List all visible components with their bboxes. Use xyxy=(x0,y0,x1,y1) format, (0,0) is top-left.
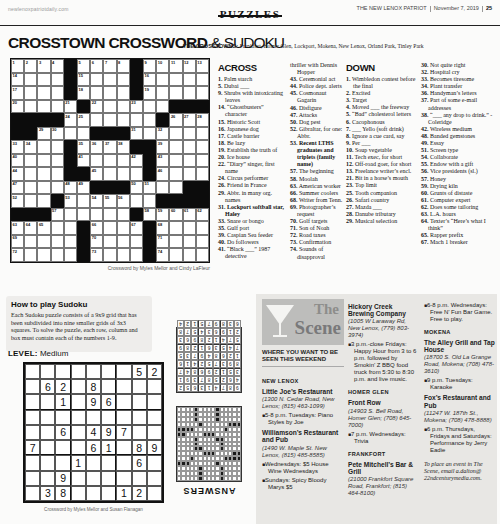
sudoku-cell[interactable] xyxy=(40,364,55,379)
crossword-cell[interactable]: 49 xyxy=(77,181,90,195)
sudoku-cell[interactable] xyxy=(25,379,40,394)
crossword-cell[interactable] xyxy=(183,154,196,168)
crossword-answer-cell xyxy=(215,412,219,417)
crossword-cell[interactable] xyxy=(37,73,50,87)
sudoku-cell[interactable] xyxy=(40,471,55,486)
sudoku-cell[interactable] xyxy=(40,440,55,455)
crossword-cell[interactable]: 10 xyxy=(156,59,169,73)
sudoku-cell[interactable] xyxy=(116,440,131,455)
crossword-answer-cell xyxy=(228,476,232,481)
crossword-cell[interactable] xyxy=(169,73,182,87)
crossword-cell[interactable] xyxy=(196,140,209,154)
sudoku-cell[interactable] xyxy=(86,364,101,379)
crossword-answer-cell xyxy=(186,427,190,432)
crossword-cell[interactable] xyxy=(183,127,196,141)
crossword-cell[interactable]: 37 xyxy=(103,140,116,154)
crossword-cell[interactable] xyxy=(51,167,64,181)
crossword-cell[interactable] xyxy=(156,73,169,87)
sudoku-cell[interactable]: 2 xyxy=(132,486,147,501)
crossword-cell[interactable]: 46 xyxy=(156,167,169,181)
crossword-cell[interactable]: 34 xyxy=(24,140,37,154)
crossword-cell[interactable] xyxy=(103,208,116,222)
crossword-cell[interactable]: 5 xyxy=(77,59,90,73)
crossword-cell[interactable]: 33 xyxy=(11,140,24,154)
crossword-cell[interactable]: 69 xyxy=(11,235,24,249)
bullet-square-icon: ■ xyxy=(424,377,427,383)
crossword-cell[interactable] xyxy=(169,221,182,235)
crossword-cell[interactable] xyxy=(51,86,64,100)
crossword-cell[interactable]: 16 xyxy=(143,73,156,87)
sudoku-cell[interactable]: 9 xyxy=(147,440,162,455)
crossword-cell[interactable]: 14 xyxy=(11,73,24,87)
crossword-cell[interactable]: 61 xyxy=(183,208,196,222)
crossword-cell[interactable] xyxy=(103,154,116,168)
crossword-cell[interactable]: 52 xyxy=(11,194,24,208)
crossword-cell[interactable]: 53 xyxy=(64,194,77,208)
sudoku-cell[interactable]: 1 xyxy=(55,394,70,409)
crossword-cell[interactable]: 74 xyxy=(156,248,169,262)
crossword-cell[interactable]: 13 xyxy=(196,59,209,73)
crossword-cell[interactable] xyxy=(64,235,77,249)
sudoku-cell[interactable] xyxy=(55,455,70,470)
sudoku-cell[interactable] xyxy=(116,410,131,425)
clue-item: 23. Top limit xyxy=(346,182,416,189)
sudoku-cell[interactable]: 2 xyxy=(55,379,70,394)
crossword-cell[interactable]: 58 xyxy=(143,208,156,222)
crossword-cell[interactable] xyxy=(24,154,37,168)
crossword-cell[interactable] xyxy=(37,167,50,181)
crossword-cell[interactable] xyxy=(196,73,209,87)
crossword-cell[interactable]: 1 xyxy=(11,59,24,73)
crossword-cell[interactable] xyxy=(64,221,77,235)
sudoku-cell[interactable] xyxy=(147,410,162,425)
crossword-cell[interactable]: 56 xyxy=(117,194,130,208)
crossword-cell[interactable] xyxy=(51,181,64,195)
sudoku-cell[interactable]: 1 xyxy=(101,440,116,455)
crossword-cell[interactable] xyxy=(37,181,50,195)
crossword-cell[interactable] xyxy=(77,194,90,208)
crossword-cell[interactable] xyxy=(24,86,37,100)
venue-event: ■3 p.m.-close Fridays: Happy Hour from 3… xyxy=(348,341,418,383)
sudoku-cell[interactable] xyxy=(55,440,70,455)
crossword-black-cell xyxy=(130,208,143,222)
sudoku-cell[interactable]: 8 xyxy=(132,440,147,455)
crossword-cell[interactable]: 3 xyxy=(37,59,50,73)
crossword-cell[interactable] xyxy=(183,73,196,87)
crossword-cell[interactable] xyxy=(130,167,143,181)
crossword-cell[interactable]: 57 xyxy=(51,208,64,222)
crossword-cell[interactable] xyxy=(183,140,196,154)
sudoku-cell[interactable]: 7 xyxy=(25,440,40,455)
crossword-cell[interactable]: 9 xyxy=(143,59,156,73)
crossword-cell[interactable] xyxy=(130,235,143,249)
sudoku-cell[interactable] xyxy=(116,394,131,409)
sudoku-cell[interactable]: 6 xyxy=(101,394,116,409)
crossword-cell[interactable]: 48 xyxy=(64,181,77,195)
sudoku-cell[interactable] xyxy=(25,471,40,486)
crossword-cell[interactable] xyxy=(77,208,90,222)
crossword-cell[interactable] xyxy=(37,100,50,114)
crossword-black-cell xyxy=(183,194,196,208)
sudoku-cell[interactable] xyxy=(71,394,86,409)
crossword-answer-cell xyxy=(186,461,190,466)
sudoku-cell[interactable] xyxy=(147,394,162,409)
clue-number: 39 xyxy=(158,141,162,146)
crossword-cell[interactable] xyxy=(169,235,182,249)
crossword-cell[interactable] xyxy=(37,86,50,100)
crossword-cell[interactable]: 27 xyxy=(183,113,196,127)
crossword-cell[interactable] xyxy=(103,86,116,100)
crossword-cell[interactable] xyxy=(90,154,103,168)
sudoku-cell[interactable] xyxy=(55,364,70,379)
sudoku-cell[interactable] xyxy=(71,379,86,394)
sudoku-cell[interactable]: 9 xyxy=(86,394,101,409)
crossword-cell[interactable]: 32 xyxy=(156,127,169,141)
crossword-cell[interactable]: 70 xyxy=(90,235,103,249)
crossword-cell[interactable]: 12 xyxy=(183,59,196,73)
crossword-cell[interactable]: 54 xyxy=(90,194,103,208)
crossword-cell[interactable]: 66 xyxy=(90,221,103,235)
crossword-cell[interactable]: 44 xyxy=(11,167,24,181)
crossword-cell[interactable] xyxy=(117,235,130,249)
sudoku-cell[interactable] xyxy=(116,471,131,486)
crossword-cell[interactable]: 8 xyxy=(117,59,130,73)
crossword-cell[interactable] xyxy=(117,248,130,262)
crossword-cell[interactable]: 19 xyxy=(143,86,156,100)
crossword-cell[interactable] xyxy=(51,248,64,262)
crossword-cell[interactable]: 73 xyxy=(90,248,103,262)
crossword-grid[interactable]: 1234567891011121314151617181920212223242… xyxy=(10,58,210,263)
crossword-cell[interactable] xyxy=(117,86,130,100)
crossword-cell[interactable]: 6 xyxy=(90,59,103,73)
sudoku-cell[interactable] xyxy=(25,486,40,501)
crossword-cell[interactable]: 2 xyxy=(24,59,37,73)
crossword-cell[interactable]: 30 xyxy=(51,127,64,141)
sudoku-cell[interactable] xyxy=(147,379,162,394)
sudoku-cell[interactable]: 5 xyxy=(132,364,147,379)
sudoku-cell[interactable]: 7 xyxy=(116,425,131,440)
crossword-cell[interactable] xyxy=(64,127,77,141)
crossword-cell[interactable] xyxy=(169,154,182,168)
crossword-answer-cell xyxy=(224,466,228,471)
sudoku-cell[interactable] xyxy=(86,471,101,486)
crossword-cell[interactable]: 29 xyxy=(37,127,50,141)
bullet-square-icon: ■ xyxy=(262,477,265,483)
crossword-cell[interactable] xyxy=(143,113,156,127)
crossword-cell[interactable] xyxy=(51,221,64,235)
crossword-cell[interactable] xyxy=(24,73,37,87)
crossword-cell[interactable] xyxy=(103,100,116,114)
sudoku-cell[interactable]: 8 xyxy=(86,379,101,394)
sudoku-cell[interactable] xyxy=(147,471,162,486)
sudoku-cell[interactable] xyxy=(101,471,116,486)
crossword-cell[interactable] xyxy=(77,127,90,141)
sudoku-cell[interactable]: 8 xyxy=(55,486,70,501)
crossword-cell[interactable] xyxy=(117,221,130,235)
crossword-cell[interactable]: 22 xyxy=(90,100,103,114)
crossword-cell[interactable] xyxy=(64,248,77,262)
crossword-cell[interactable]: 4 xyxy=(51,59,64,73)
crossword-cell[interactable] xyxy=(196,154,209,168)
sudoku-cell[interactable] xyxy=(101,410,116,425)
crossword-cell[interactable]: 47 xyxy=(11,181,24,195)
crossword-cell[interactable] xyxy=(156,86,169,100)
crossword-cell[interactable] xyxy=(130,113,143,127)
sudoku-cell[interactable] xyxy=(71,486,86,501)
sudoku-cell[interactable] xyxy=(71,425,86,440)
crossword-answer-cell xyxy=(224,461,228,466)
crossword-cell[interactable] xyxy=(103,73,116,87)
crossword-cell[interactable]: 50 xyxy=(130,181,143,195)
crossword-cell[interactable] xyxy=(196,167,209,181)
crossword-cell[interactable] xyxy=(117,113,130,127)
crossword-cell[interactable] xyxy=(103,221,116,235)
crossword-cell[interactable] xyxy=(103,113,116,127)
clue-item: 43. Ceremonial act xyxy=(290,76,345,83)
crossword-cell[interactable]: 20 xyxy=(11,100,24,114)
crossword-cell[interactable]: 43 xyxy=(156,154,169,168)
sudoku-cell[interactable] xyxy=(71,410,86,425)
sudoku-cell[interactable] xyxy=(132,394,147,409)
crossword-cell[interactable] xyxy=(103,167,116,181)
sudoku-cell[interactable]: 3 xyxy=(40,486,55,501)
sudoku-cell[interactable]: 6 xyxy=(132,455,147,470)
crossword-cell[interactable] xyxy=(196,221,209,235)
crossword-cell[interactable] xyxy=(103,235,116,249)
crossword-cell[interactable]: 40 xyxy=(11,154,24,168)
sudoku-cell[interactable] xyxy=(25,425,40,440)
crossword-cell[interactable] xyxy=(196,235,209,249)
crossword-cell[interactable]: 51 xyxy=(143,181,156,195)
sudoku-cell[interactable] xyxy=(101,455,116,470)
sudoku-cell[interactable]: 9 xyxy=(55,471,70,486)
crossword-cell[interactable] xyxy=(90,73,103,87)
crossword-cell[interactable]: 45 xyxy=(90,167,103,181)
crossword-cell[interactable]: 72 xyxy=(11,248,24,262)
sudoku-cell[interactable] xyxy=(101,486,116,501)
sudoku-cell[interactable] xyxy=(116,364,131,379)
sudoku-cell[interactable]: 6 xyxy=(55,425,70,440)
crossword-cell[interactable] xyxy=(130,248,143,262)
crossword-answer-cell xyxy=(215,407,219,412)
crossword-cell[interactable] xyxy=(51,140,64,154)
crossword-cell[interactable]: 59 xyxy=(156,208,169,222)
crossword-cell[interactable] xyxy=(51,73,64,87)
crossword-cell[interactable] xyxy=(117,154,130,168)
crossword-cell[interactable]: 62 xyxy=(196,208,209,222)
crossword-cell[interactable]: 7 xyxy=(103,59,116,73)
crossword-cell[interactable] xyxy=(90,113,103,127)
crossword-cell[interactable] xyxy=(64,208,77,222)
sudoku-cell[interactable] xyxy=(132,471,147,486)
crossword-cell[interactable] xyxy=(143,194,156,208)
paper-info: THE NEW LENOX PATRIOTNovember 7, 201925 xyxy=(357,5,492,12)
crossword-cell[interactable] xyxy=(169,140,182,154)
sudoku-cell[interactable] xyxy=(132,379,147,394)
crossword-cell[interactable]: 68 xyxy=(156,221,169,235)
sudoku-cell[interactable] xyxy=(132,425,147,440)
crossword-cell[interactable]: 18 xyxy=(77,86,90,100)
sudoku-cell[interactable] xyxy=(71,471,86,486)
crossword-cell[interactable] xyxy=(24,167,37,181)
sudoku-answer-cell: 2 xyxy=(220,376,227,384)
crossword-cell[interactable] xyxy=(51,154,64,168)
crossword-cell[interactable]: 38 xyxy=(117,140,130,154)
crossword-black-cell xyxy=(51,194,64,208)
clue-number: 24 xyxy=(65,114,69,119)
crossword-cell[interactable] xyxy=(37,194,50,208)
crossword-answer-cell xyxy=(232,437,236,442)
crossword-cell[interactable]: 11 xyxy=(169,59,182,73)
sudoku-answer-cell: 4 xyxy=(191,360,198,368)
crossword-cell[interactable] xyxy=(24,248,37,262)
crossword-cell[interactable] xyxy=(183,235,196,249)
sudoku-cell[interactable]: 2 xyxy=(147,364,162,379)
sudoku-cell[interactable] xyxy=(71,364,86,379)
crossword-cell[interactable] xyxy=(103,248,116,262)
sudoku-answer-cell: 2 xyxy=(191,344,198,352)
crossword-cell[interactable] xyxy=(24,100,37,114)
crossword-cell[interactable]: 31 xyxy=(130,127,143,141)
sudoku-cell[interactable] xyxy=(147,425,162,440)
crossword-answer-cell xyxy=(228,451,232,456)
sudoku-cell[interactable] xyxy=(86,486,101,501)
crossword-cell[interactable] xyxy=(169,127,182,141)
crossword-cell[interactable] xyxy=(51,100,64,114)
sudoku-cell[interactable] xyxy=(116,379,131,394)
crossword-cell[interactable] xyxy=(130,194,143,208)
sudoku-cell[interactable]: 6 xyxy=(40,379,55,394)
clue-item: 42. Wireless medium xyxy=(421,126,498,133)
crossword-cell[interactable] xyxy=(183,248,196,262)
sudoku-grid[interactable]: 526281966497761891693812 xyxy=(23,362,164,503)
crossword-cell[interactable]: 21 xyxy=(64,100,77,114)
crossword-cell[interactable] xyxy=(169,167,182,181)
sudoku-cell[interactable] xyxy=(147,455,162,470)
crossword-cell[interactable]: 63 xyxy=(11,221,24,235)
crossword-cell[interactable] xyxy=(196,86,209,100)
crossword-cell[interactable]: 39 xyxy=(156,140,169,154)
crossword-cell[interactable]: 36 xyxy=(90,140,103,154)
crossword-cell[interactable] xyxy=(196,248,209,262)
clue-number: 33 xyxy=(13,141,17,146)
sudoku-cell[interactable]: 1 xyxy=(116,486,131,501)
sudoku-cell[interactable] xyxy=(25,364,40,379)
sudoku-cell[interactable] xyxy=(71,440,86,455)
crossword-cell[interactable] xyxy=(24,181,37,195)
crossword-cell[interactable]: 64 xyxy=(24,221,37,235)
crossword-cell[interactable] xyxy=(183,221,196,235)
crossword-answer-cell xyxy=(232,466,236,471)
sudoku-cell[interactable] xyxy=(40,425,55,440)
crossword-cell[interactable] xyxy=(196,127,209,141)
crossword-cell[interactable] xyxy=(37,140,50,154)
crossword-cell[interactable]: 23 xyxy=(130,100,143,114)
sudoku-cell[interactable] xyxy=(40,410,55,425)
sudoku-cell[interactable] xyxy=(132,410,147,425)
crossword-cell[interactable]: 65 xyxy=(37,221,50,235)
sudoku-cell[interactable]: 9 xyxy=(101,425,116,440)
sudoku-cell[interactable]: 4 xyxy=(86,425,101,440)
crossword-cell[interactable] xyxy=(156,100,169,114)
crossword-cell[interactable]: 25 xyxy=(77,113,90,127)
crossword-cell[interactable] xyxy=(117,73,130,87)
clue-number: 12 xyxy=(184,60,188,65)
sudoku-cell[interactable] xyxy=(101,364,116,379)
crossword-cell[interactable] xyxy=(24,235,37,249)
crossword-cell[interactable] xyxy=(24,194,37,208)
crossword-cell[interactable]: 55 xyxy=(103,194,116,208)
crossword-cell[interactable] xyxy=(117,167,130,181)
crossword-cell[interactable]: 60 xyxy=(169,208,182,222)
sudoku-cell[interactable] xyxy=(25,455,40,470)
sudoku-cell[interactable] xyxy=(86,455,101,470)
crossword-cell[interactable] xyxy=(143,100,156,114)
sudoku-cell[interactable] xyxy=(55,410,70,425)
crossword-cell[interactable] xyxy=(169,86,182,100)
crossword-cell[interactable]: 17 xyxy=(11,86,24,100)
clue-item: 10. Soup vegetable xyxy=(346,147,416,154)
crossword-cell[interactable]: 67 xyxy=(130,221,143,235)
crossword-cell[interactable] xyxy=(183,86,196,100)
sudoku-cell[interactable] xyxy=(101,379,116,394)
crossword-cell[interactable]: 26 xyxy=(169,113,182,127)
sudoku-cell[interactable] xyxy=(25,410,40,425)
venue-address: (14903 S. Bell Road, Homer Glen; (708) 6… xyxy=(348,408,418,429)
crossword-cell[interactable] xyxy=(117,100,130,114)
sudoku-cell[interactable] xyxy=(86,410,101,425)
crossword-cell[interactable] xyxy=(37,154,50,168)
crossword-black-cell xyxy=(196,181,209,195)
crossword-cell[interactable] xyxy=(169,181,182,195)
sudoku-cell[interactable]: 6 xyxy=(86,440,101,455)
crossword-answer-cell xyxy=(215,437,219,442)
sudoku-cell[interactable] xyxy=(116,455,131,470)
crossword-cell[interactable] xyxy=(169,248,182,262)
crossword-cell[interactable] xyxy=(37,235,50,249)
crossword-cell[interactable] xyxy=(143,127,156,141)
crossword-cell[interactable]: 28 xyxy=(196,113,209,127)
crossword-answer-cell xyxy=(198,442,202,447)
crossword-cell[interactable] xyxy=(183,167,196,181)
sudoku-cell[interactable] xyxy=(25,394,40,409)
clue-number: 53 xyxy=(65,195,69,200)
crossword-cell[interactable]: 24 xyxy=(64,113,77,127)
crossword-answer-cell xyxy=(181,466,185,471)
crossword-cell[interactable] xyxy=(117,208,130,222)
sudoku-cell[interactable] xyxy=(40,455,55,470)
clue-item: 48. Banded gemstones xyxy=(421,133,498,140)
sudoku-cell[interactable] xyxy=(147,486,162,501)
crossword-cell[interactable] xyxy=(90,208,103,222)
crossword-cell[interactable] xyxy=(51,235,64,249)
clue-item: 45. Cosmonaut Gagarin xyxy=(290,90,345,104)
crossword-cell[interactable]: 41 xyxy=(77,154,90,168)
sudoku-cell[interactable] xyxy=(40,394,55,409)
crossword-cell[interactable]: 15 xyxy=(77,73,90,87)
crossword-cell[interactable]: 35 xyxy=(77,140,90,154)
crossword-answer-cell xyxy=(181,446,185,451)
clue-item: 60. Grunts of distaste xyxy=(421,190,498,197)
crossword-cell[interactable] xyxy=(37,248,50,262)
crossword-cell[interactable]: 71 xyxy=(156,235,169,249)
crossword-cell[interactable] xyxy=(156,181,169,195)
crossword-cell[interactable]: 42 xyxy=(130,154,143,168)
sudoku-cell[interactable]: 1 xyxy=(71,455,86,470)
crossword-black-cell xyxy=(77,167,90,181)
crossword-answer-cell xyxy=(211,407,215,412)
crossword-cell[interactable] xyxy=(90,86,103,100)
